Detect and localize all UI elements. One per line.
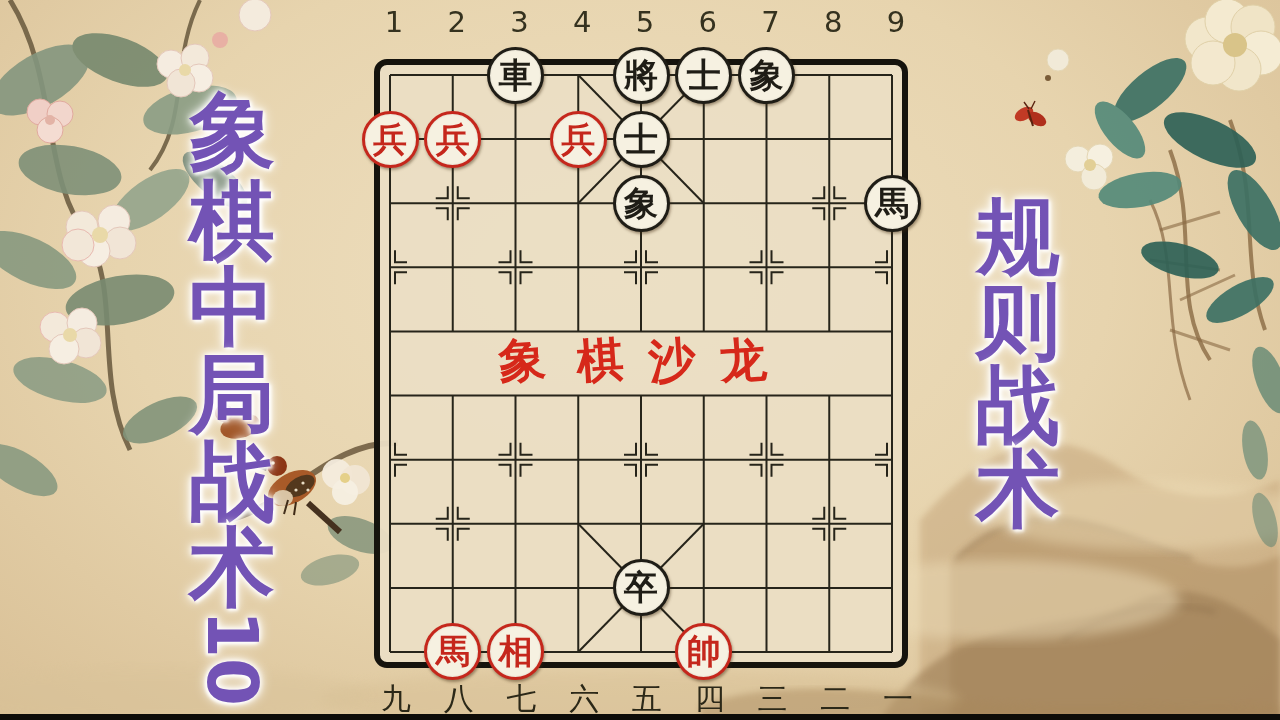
bottom-letterbox-bar: [0, 714, 1280, 720]
top-coord-6: 6: [699, 5, 717, 39]
top-coord-5: 5: [636, 5, 654, 39]
top-coord-4: 4: [573, 5, 591, 39]
piece-black-elephant[interactable]: 象: [738, 47, 795, 104]
top-coord-2: 2: [448, 5, 466, 39]
piece-black-chariot[interactable]: 車: [487, 47, 544, 104]
river-char: 棋: [574, 328, 625, 394]
left-title-char: 10: [192, 610, 272, 706]
piece-black-general[interactable]: 將: [613, 47, 670, 104]
top-coord-8: 8: [824, 5, 842, 39]
piece-black-horse[interactable]: 馬: [864, 175, 921, 232]
video-frame: 象棋中局战术10 规则战术 123456789 九八七六五四三二一 象棋沙龙 車…: [0, 0, 1280, 720]
piece-black-advisor[interactable]: 士: [613, 111, 670, 168]
piece-red-pawn[interactable]: 兵: [550, 111, 607, 168]
top-coord-1: 1: [385, 5, 403, 39]
piece-black-advisor[interactable]: 士: [675, 47, 732, 104]
river-char: 象: [496, 328, 547, 394]
piece-red-pawn[interactable]: 兵: [424, 111, 481, 168]
top-coord-7: 7: [761, 5, 779, 39]
piece-black-elephant[interactable]: 象: [613, 175, 670, 232]
river-char: 沙: [646, 328, 697, 394]
top-coord-3: 3: [510, 5, 528, 39]
top-coord-9: 9: [887, 5, 905, 39]
river-char: 龙: [717, 328, 768, 394]
right-title-char: 术: [976, 433, 1060, 547]
left-title-char: 术: [189, 510, 275, 627]
piece-red-pawn[interactable]: 兵: [362, 111, 419, 168]
piece-black-pawn[interactable]: 卒: [613, 559, 670, 616]
